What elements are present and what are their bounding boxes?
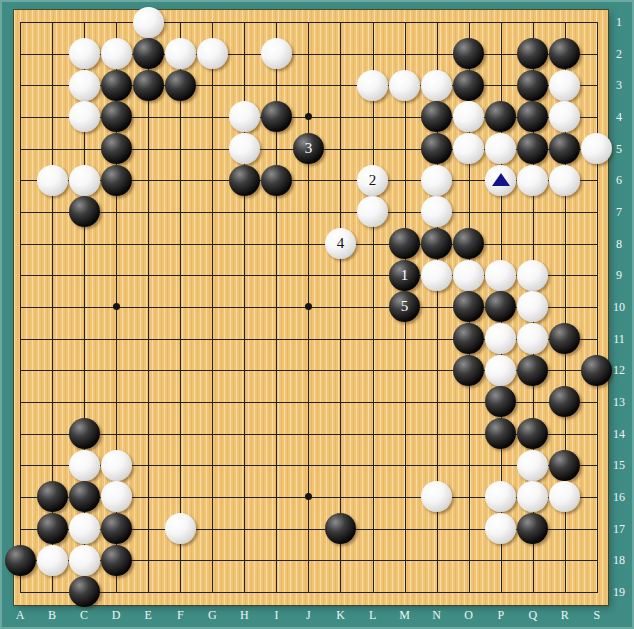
row-label-2: 2	[607, 48, 631, 60]
col-label-R: R	[557, 609, 573, 621]
col-label-M: M	[397, 609, 413, 621]
stone-black-C16[interactable]	[69, 481, 100, 512]
stone-black-M8[interactable]	[389, 228, 420, 259]
stone-white-C4[interactable]	[69, 101, 100, 132]
stone-black-Q3[interactable]	[517, 70, 548, 101]
stone-white-C6[interactable]	[69, 165, 100, 196]
stone-black-B17[interactable]	[37, 513, 68, 544]
row-label-4: 4	[607, 111, 631, 123]
stone-white-N9[interactable]	[421, 260, 452, 291]
col-label-C: C	[76, 609, 92, 621]
row-label-1: 1	[607, 16, 631, 28]
stone-white-D15[interactable]	[101, 450, 132, 481]
stone-white-H5[interactable]	[229, 133, 260, 164]
row-label-16: 16	[607, 491, 631, 503]
col-label-I: I	[268, 609, 284, 621]
stone-black-O12[interactable]	[453, 355, 484, 386]
stone-white-C17[interactable]	[69, 513, 100, 544]
col-label-S: S	[589, 609, 605, 621]
stone-black-A18[interactable]	[5, 545, 36, 576]
col-label-G: G	[204, 609, 220, 621]
stone-white-P9[interactable]	[485, 260, 516, 291]
col-label-H: H	[236, 609, 252, 621]
move-number: 5	[401, 299, 409, 314]
stone-white-D2[interactable]	[101, 38, 132, 69]
stone-white-L3[interactable]	[357, 70, 388, 101]
stone-black-D4[interactable]	[101, 101, 132, 132]
row-label-13: 13	[607, 396, 631, 408]
stone-white-R3[interactable]	[549, 70, 580, 101]
col-label-P: P	[493, 609, 509, 621]
stone-white-P6[interactable]	[485, 165, 516, 196]
stone-white-C15[interactable]	[69, 450, 100, 481]
stone-white-N3[interactable]	[421, 70, 452, 101]
stone-white-C18[interactable]	[69, 545, 100, 576]
stone-black-D3[interactable]	[101, 70, 132, 101]
col-label-J: J	[300, 609, 316, 621]
stone-black-D5[interactable]	[101, 133, 132, 164]
stone-white-O9[interactable]	[453, 260, 484, 291]
stone-black-K17[interactable]	[325, 513, 356, 544]
stone-white-K8[interactable]: 4	[325, 228, 356, 259]
stone-white-B18[interactable]	[37, 545, 68, 576]
board-surface[interactable]: 32415	[14, 10, 608, 605]
row-label-10: 10	[607, 301, 631, 313]
stone-black-H6[interactable]	[229, 165, 260, 196]
row-label-11: 11	[607, 333, 631, 345]
row-label-17: 17	[607, 523, 631, 535]
stone-black-O3[interactable]	[453, 70, 484, 101]
row-label-5: 5	[607, 143, 631, 155]
stone-white-G2[interactable]	[197, 38, 228, 69]
col-label-A: A	[12, 609, 28, 621]
row-label-6: 6	[607, 174, 631, 186]
move-number: 2	[369, 173, 377, 188]
col-label-L: L	[365, 609, 381, 621]
stone-black-M9[interactable]: 1	[389, 260, 420, 291]
col-label-E: E	[140, 609, 156, 621]
row-label-15: 15	[607, 459, 631, 471]
stone-white-F2[interactable]	[165, 38, 196, 69]
go-board-window: 32415 ABCDEFGHIJKLMNOPQRS123456789101112…	[0, 0, 634, 629]
stone-black-E2[interactable]	[133, 38, 164, 69]
row-label-7: 7	[607, 206, 631, 218]
stone-black-C19[interactable]	[69, 576, 100, 607]
move-number: 4	[337, 236, 345, 251]
stone-white-M3[interactable]	[389, 70, 420, 101]
col-label-K: K	[333, 609, 349, 621]
col-label-O: O	[461, 609, 477, 621]
stone-white-Q15[interactable]	[517, 450, 548, 481]
stone-black-E3[interactable]	[133, 70, 164, 101]
stone-black-D6[interactable]	[101, 165, 132, 196]
row-label-8: 8	[607, 238, 631, 250]
triangle-marker-icon	[492, 173, 510, 186]
col-label-N: N	[429, 609, 445, 621]
col-label-D: D	[108, 609, 124, 621]
stone-white-F17[interactable]	[165, 513, 196, 544]
col-label-B: B	[44, 609, 60, 621]
stone-black-B16[interactable]	[37, 481, 68, 512]
move-number: 1	[401, 268, 409, 283]
stone-black-J5[interactable]: 3	[293, 133, 324, 164]
stone-black-C7[interactable]	[69, 196, 100, 227]
stone-white-R6[interactable]	[549, 165, 580, 196]
move-number: 3	[305, 141, 313, 156]
row-label-14: 14	[607, 428, 631, 440]
stone-white-L6[interactable]: 2	[357, 165, 388, 196]
stone-black-D18[interactable]	[101, 545, 132, 576]
stone-black-I6[interactable]	[261, 165, 292, 196]
row-label-3: 3	[607, 79, 631, 91]
stone-black-F3[interactable]	[165, 70, 196, 101]
stone-black-R15[interactable]	[549, 450, 580, 481]
col-label-F: F	[172, 609, 188, 621]
stone-white-E1[interactable]	[133, 7, 164, 38]
stone-black-C14[interactable]	[69, 418, 100, 449]
row-label-9: 9	[607, 269, 631, 281]
stone-white-C3[interactable]	[69, 70, 100, 101]
row-label-12: 12	[607, 364, 631, 376]
stone-white-D16[interactable]	[101, 481, 132, 512]
row-label-19: 19	[607, 586, 631, 598]
col-label-Q: Q	[525, 609, 541, 621]
stone-white-Q6[interactable]	[517, 165, 548, 196]
stone-black-D17[interactable]	[101, 513, 132, 544]
stone-black-Q12[interactable]	[517, 355, 548, 386]
row-label-18: 18	[607, 554, 631, 566]
stone-white-Q9[interactable]	[517, 260, 548, 291]
stone-white-B6[interactable]	[37, 165, 68, 196]
stone-white-I2[interactable]	[261, 38, 292, 69]
stone-white-C2[interactable]	[69, 38, 100, 69]
stone-white-P12[interactable]	[485, 355, 516, 386]
stone-white-N6[interactable]	[421, 165, 452, 196]
